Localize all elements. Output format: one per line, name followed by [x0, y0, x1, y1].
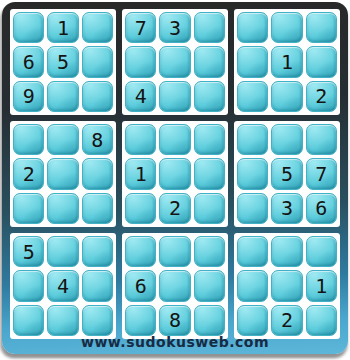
- cell-r6c9[interactable]: 6: [306, 193, 337, 224]
- cell-r1c3[interactable]: [82, 12, 113, 43]
- cell-r2c4[interactable]: [125, 46, 156, 77]
- cell-r1c7[interactable]: [237, 12, 268, 43]
- cell-r2c9[interactable]: [306, 46, 337, 77]
- cell-r4c4[interactable]: [125, 124, 156, 155]
- sudoku-grid: 16597341282125736546812: [10, 9, 340, 339]
- cell-r7c7[interactable]: [237, 236, 268, 267]
- cell-r6c5[interactable]: 2: [159, 193, 190, 224]
- cell-r7c4[interactable]: [125, 236, 156, 267]
- cell-r5c3[interactable]: [82, 158, 113, 189]
- cell-r1c5[interactable]: 3: [159, 12, 190, 43]
- cell-r1c4[interactable]: 7: [125, 12, 156, 43]
- cell-r8c2[interactable]: 4: [47, 270, 78, 301]
- cell-r8c6[interactable]: [194, 270, 225, 301]
- block-r2c1: 82: [10, 121, 116, 227]
- cell-r6c7[interactable]: [237, 193, 268, 224]
- cell-r9c7[interactable]: [237, 305, 268, 336]
- cell-r7c9[interactable]: [306, 236, 337, 267]
- cell-r3c2[interactable]: [47, 81, 78, 112]
- block-r1c1: 1659: [10, 9, 116, 115]
- cell-r3c7[interactable]: [237, 81, 268, 112]
- cell-r6c2[interactable]: [47, 193, 78, 224]
- cell-r7c6[interactable]: [194, 236, 225, 267]
- block-r3c1: 54: [10, 233, 116, 339]
- cell-r5c9[interactable]: 7: [306, 158, 337, 189]
- cell-r4c2[interactable]: [47, 124, 78, 155]
- cell-r3c8[interactable]: [271, 81, 302, 112]
- cell-r1c8[interactable]: [271, 12, 302, 43]
- cell-r5c5[interactable]: [159, 158, 190, 189]
- cell-r5c4[interactable]: 1: [125, 158, 156, 189]
- cell-r3c1[interactable]: 9: [13, 81, 44, 112]
- cell-r3c5[interactable]: [159, 81, 190, 112]
- cell-r9c9[interactable]: [306, 305, 337, 336]
- cell-r5c8[interactable]: 5: [271, 158, 302, 189]
- cell-r4c6[interactable]: [194, 124, 225, 155]
- cell-r6c1[interactable]: [13, 193, 44, 224]
- cell-r1c9[interactable]: [306, 12, 337, 43]
- cell-r8c3[interactable]: [82, 270, 113, 301]
- cell-r9c8[interactable]: 2: [271, 305, 302, 336]
- cell-r2c7[interactable]: [237, 46, 268, 77]
- block-r1c2: 734: [122, 9, 228, 115]
- cell-r8c5[interactable]: [159, 270, 190, 301]
- cell-r6c4[interactable]: [125, 193, 156, 224]
- cell-r3c9[interactable]: 2: [306, 81, 337, 112]
- cell-r9c1[interactable]: [13, 305, 44, 336]
- cell-r7c1[interactable]: 5: [13, 236, 44, 267]
- cell-r2c1[interactable]: 6: [13, 46, 44, 77]
- cell-r1c1[interactable]: [13, 12, 44, 43]
- cell-r6c6[interactable]: [194, 193, 225, 224]
- block-r3c2: 68: [122, 233, 228, 339]
- cell-r4c7[interactable]: [237, 124, 268, 155]
- cell-r8c9[interactable]: 1: [306, 270, 337, 301]
- cell-r6c3[interactable]: [82, 193, 113, 224]
- cell-r4c1[interactable]: [13, 124, 44, 155]
- cell-r7c2[interactable]: [47, 236, 78, 267]
- board-frame: 16597341282125736546812 www.sudokusweb.c…: [2, 2, 348, 354]
- cell-r8c8[interactable]: [271, 270, 302, 301]
- cell-r9c5[interactable]: 8: [159, 305, 190, 336]
- cell-r5c6[interactable]: [194, 158, 225, 189]
- cell-r7c5[interactable]: [159, 236, 190, 267]
- cell-r1c6[interactable]: [194, 12, 225, 43]
- cell-r9c3[interactable]: [82, 305, 113, 336]
- cell-r2c5[interactable]: [159, 46, 190, 77]
- cell-r2c3[interactable]: [82, 46, 113, 77]
- cell-r9c6[interactable]: [194, 305, 225, 336]
- cell-r2c8[interactable]: 1: [271, 46, 302, 77]
- cell-r4c5[interactable]: [159, 124, 190, 155]
- cell-r7c3[interactable]: [82, 236, 113, 267]
- cell-r8c4[interactable]: 6: [125, 270, 156, 301]
- cell-r2c2[interactable]: 5: [47, 46, 78, 77]
- block-r1c3: 12: [234, 9, 340, 115]
- cell-r9c2[interactable]: [47, 305, 78, 336]
- cell-r4c3[interactable]: 8: [82, 124, 113, 155]
- cell-r7c8[interactable]: [271, 236, 302, 267]
- cell-r4c9[interactable]: [306, 124, 337, 155]
- site-url-text: www.sudokusweb.com: [2, 334, 348, 350]
- cell-r3c3[interactable]: [82, 81, 113, 112]
- cell-r3c4[interactable]: 4: [125, 81, 156, 112]
- block-r3c3: 12: [234, 233, 340, 339]
- cell-r2c6[interactable]: [194, 46, 225, 77]
- cell-r3c6[interactable]: [194, 81, 225, 112]
- block-r2c2: 12: [122, 121, 228, 227]
- cell-r5c7[interactable]: [237, 158, 268, 189]
- block-r2c3: 5736: [234, 121, 340, 227]
- cell-r9c4[interactable]: [125, 305, 156, 336]
- cell-r8c1[interactable]: [13, 270, 44, 301]
- cell-r8c7[interactable]: [237, 270, 268, 301]
- cell-r6c8[interactable]: 3: [271, 193, 302, 224]
- cell-r5c1[interactable]: 2: [13, 158, 44, 189]
- cell-r5c2[interactable]: [47, 158, 78, 189]
- cell-r1c2[interactable]: 1: [47, 12, 78, 43]
- cell-r4c8[interactable]: [271, 124, 302, 155]
